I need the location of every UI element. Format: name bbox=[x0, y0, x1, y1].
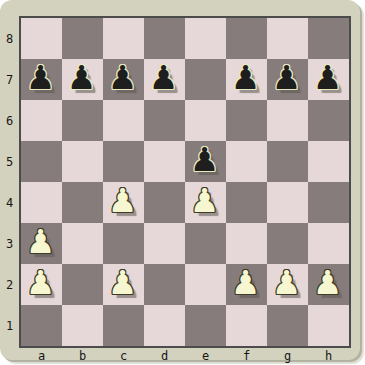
black-pawn[interactable]: ♟ bbox=[313, 57, 343, 98]
square-d7[interactable]: ♟ bbox=[144, 59, 185, 100]
rank-label-4: 4 bbox=[0, 182, 19, 223]
square-d8[interactable] bbox=[144, 18, 185, 59]
square-h5[interactable] bbox=[308, 141, 349, 182]
white-pawn[interactable]: ♟ bbox=[108, 180, 138, 221]
rank-label-8: 8 bbox=[0, 18, 19, 59]
square-c7[interactable]: ♟ bbox=[103, 59, 144, 100]
square-c4[interactable]: ♟ bbox=[103, 182, 144, 223]
square-h1[interactable] bbox=[308, 305, 349, 346]
black-pawn[interactable]: ♟ bbox=[149, 57, 179, 98]
file-label-c: c bbox=[103, 348, 144, 363]
square-f6[interactable] bbox=[226, 100, 267, 141]
square-a3[interactable]: ♟ bbox=[21, 223, 62, 264]
black-pawn[interactable]: ♟ bbox=[231, 57, 261, 98]
square-h6[interactable] bbox=[308, 100, 349, 141]
white-pawn[interactable]: ♟ bbox=[272, 262, 302, 303]
square-h4[interactable] bbox=[308, 182, 349, 223]
square-h3[interactable] bbox=[308, 223, 349, 264]
square-b3[interactable] bbox=[62, 223, 103, 264]
rank-label-2: 2 bbox=[0, 264, 19, 305]
chess-board: ♟♟♟♟♟♟♟♟♟♟♟♟♟♟♟♟ bbox=[19, 16, 351, 348]
square-c1[interactable] bbox=[103, 305, 144, 346]
square-b8[interactable] bbox=[62, 18, 103, 59]
square-c3[interactable] bbox=[103, 223, 144, 264]
square-e2[interactable] bbox=[185, 264, 226, 305]
rank-label-6: 6 bbox=[0, 100, 19, 141]
square-a4[interactable] bbox=[21, 182, 62, 223]
square-c5[interactable] bbox=[103, 141, 144, 182]
square-h8[interactable] bbox=[308, 18, 349, 59]
square-b2[interactable] bbox=[62, 264, 103, 305]
white-pawn[interactable]: ♟ bbox=[26, 221, 56, 262]
square-h2[interactable]: ♟ bbox=[308, 264, 349, 305]
rank-label-3: 3 bbox=[0, 223, 19, 264]
square-e1[interactable] bbox=[185, 305, 226, 346]
white-pawn[interactable]: ♟ bbox=[108, 262, 138, 303]
square-d3[interactable] bbox=[144, 223, 185, 264]
square-g5[interactable] bbox=[267, 141, 308, 182]
white-pawn[interactable]: ♟ bbox=[313, 262, 343, 303]
square-g6[interactable] bbox=[267, 100, 308, 141]
file-label-d: d bbox=[144, 348, 185, 363]
file-label-f: f bbox=[226, 348, 267, 363]
rank-label-1: 1 bbox=[0, 305, 19, 346]
square-a6[interactable] bbox=[21, 100, 62, 141]
square-a2[interactable]: ♟ bbox=[21, 264, 62, 305]
square-f2[interactable]: ♟ bbox=[226, 264, 267, 305]
square-e6[interactable] bbox=[185, 100, 226, 141]
square-h7[interactable]: ♟ bbox=[308, 59, 349, 100]
rank-label-5: 5 bbox=[0, 141, 19, 182]
file-labels: abcdefgh bbox=[21, 348, 349, 363]
white-pawn[interactable]: ♟ bbox=[26, 262, 56, 303]
square-e4[interactable]: ♟ bbox=[185, 182, 226, 223]
square-e3[interactable] bbox=[185, 223, 226, 264]
square-g7[interactable]: ♟ bbox=[267, 59, 308, 100]
board-panel: 87654321 ♟♟♟♟♟♟♟♟♟♟♟♟♟♟♟♟ abcdefgh bbox=[0, 0, 360, 360]
square-g8[interactable] bbox=[267, 18, 308, 59]
square-f4[interactable] bbox=[226, 182, 267, 223]
square-g3[interactable] bbox=[267, 223, 308, 264]
black-pawn[interactable]: ♟ bbox=[108, 57, 138, 98]
square-b5[interactable] bbox=[62, 141, 103, 182]
square-b7[interactable]: ♟ bbox=[62, 59, 103, 100]
black-pawn[interactable]: ♟ bbox=[272, 57, 302, 98]
rank-label-7: 7 bbox=[0, 59, 19, 100]
square-f3[interactable] bbox=[226, 223, 267, 264]
square-b6[interactable] bbox=[62, 100, 103, 141]
square-f5[interactable] bbox=[226, 141, 267, 182]
square-a5[interactable] bbox=[21, 141, 62, 182]
white-pawn[interactable]: ♟ bbox=[190, 180, 220, 221]
file-label-g: g bbox=[267, 348, 308, 363]
square-b1[interactable] bbox=[62, 305, 103, 346]
black-pawn[interactable]: ♟ bbox=[190, 139, 220, 180]
square-e7[interactable] bbox=[185, 59, 226, 100]
square-e8[interactable] bbox=[185, 18, 226, 59]
square-d2[interactable] bbox=[144, 264, 185, 305]
square-c2[interactable]: ♟ bbox=[103, 264, 144, 305]
file-label-b: b bbox=[62, 348, 103, 363]
file-label-h: h bbox=[308, 348, 349, 363]
white-pawn[interactable]: ♟ bbox=[231, 262, 261, 303]
square-g1[interactable] bbox=[267, 305, 308, 346]
square-d5[interactable] bbox=[144, 141, 185, 182]
square-g4[interactable] bbox=[267, 182, 308, 223]
square-e5[interactable]: ♟ bbox=[185, 141, 226, 182]
square-d1[interactable] bbox=[144, 305, 185, 346]
black-pawn[interactable]: ♟ bbox=[67, 57, 97, 98]
square-f7[interactable]: ♟ bbox=[226, 59, 267, 100]
square-f1[interactable] bbox=[226, 305, 267, 346]
black-pawn[interactable]: ♟ bbox=[26, 57, 56, 98]
square-g2[interactable]: ♟ bbox=[267, 264, 308, 305]
file-label-e: e bbox=[185, 348, 226, 363]
square-d4[interactable] bbox=[144, 182, 185, 223]
square-f8[interactable] bbox=[226, 18, 267, 59]
rank-labels: 87654321 bbox=[0, 18, 19, 346]
file-label-a: a bbox=[21, 348, 62, 363]
square-b4[interactable] bbox=[62, 182, 103, 223]
square-d6[interactable] bbox=[144, 100, 185, 141]
square-a7[interactable]: ♟ bbox=[21, 59, 62, 100]
square-a8[interactable] bbox=[21, 18, 62, 59]
square-a1[interactable] bbox=[21, 305, 62, 346]
square-c6[interactable] bbox=[103, 100, 144, 141]
square-c8[interactable] bbox=[103, 18, 144, 59]
